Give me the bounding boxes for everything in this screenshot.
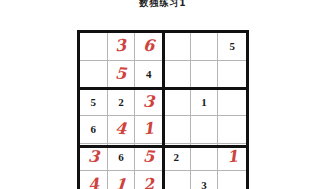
handwritten-digit: 4 bbox=[115, 121, 127, 138]
cell-r2c3[interactable]: 4 bbox=[135, 61, 163, 89]
cell-r6c6[interactable] bbox=[218, 171, 246, 189]
cell-r1c4[interactable] bbox=[163, 33, 191, 61]
cell-r5c3[interactable]: 5 bbox=[135, 144, 163, 172]
given-digit: 2 bbox=[118, 96, 124, 108]
handwritten-digit: 3 bbox=[143, 93, 155, 110]
handwritten-digit: 3 bbox=[87, 149, 99, 166]
given-digit: 3 bbox=[201, 179, 207, 189]
cell-r3c3[interactable]: 3 bbox=[135, 88, 163, 116]
cell-r2c1[interactable] bbox=[80, 61, 108, 89]
cell-r4c5[interactable] bbox=[191, 116, 219, 144]
cell-r1c3[interactable]: 6 bbox=[135, 33, 163, 61]
given-digit: 6 bbox=[118, 151, 124, 163]
cell-r6c3[interactable]: 2 bbox=[135, 171, 163, 189]
cell-r6c5[interactable]: 3 bbox=[191, 171, 219, 189]
cell-r2c6[interactable] bbox=[218, 61, 246, 89]
cell-r5c6[interactable]: 1 bbox=[218, 144, 246, 172]
cell-r6c2[interactable]: 1 bbox=[108, 171, 136, 189]
given-digit: 5 bbox=[229, 40, 235, 52]
cell-r3c5[interactable]: 1 bbox=[191, 88, 219, 116]
cell-r6c4[interactable] bbox=[163, 171, 191, 189]
cell-r5c2[interactable]: 6 bbox=[108, 144, 136, 172]
handwritten-digit: 1 bbox=[115, 177, 127, 189]
cell-r5c5[interactable] bbox=[191, 144, 219, 172]
cell-r3c4[interactable] bbox=[163, 88, 191, 116]
handwritten-digit: 4 bbox=[87, 177, 100, 189]
cell-r1c2[interactable]: 3 bbox=[108, 33, 136, 61]
handwritten-digit: 5 bbox=[143, 149, 155, 166]
cell-r3c6[interactable] bbox=[218, 88, 246, 116]
cell-r5c4[interactable]: 2 bbox=[163, 144, 191, 172]
cell-r6c1[interactable]: 4 bbox=[80, 171, 108, 189]
cell-r1c5[interactable] bbox=[191, 33, 219, 61]
handwritten-digit: 5 bbox=[115, 66, 127, 83]
page-title: 数独练习1 bbox=[77, 0, 249, 10]
cell-r4c3[interactable]: 1 bbox=[135, 116, 163, 144]
cell-r3c2[interactable]: 2 bbox=[108, 88, 136, 116]
cell-r4c1[interactable]: 6 bbox=[80, 116, 108, 144]
cell-r2c5[interactable] bbox=[191, 61, 219, 89]
cell-r3c1[interactable]: 5 bbox=[80, 88, 108, 116]
given-digit: 5 bbox=[91, 96, 97, 108]
handwritten-digit: 2 bbox=[142, 177, 155, 189]
cell-r4c2[interactable]: 4 bbox=[108, 116, 136, 144]
cell-r2c2[interactable]: 5 bbox=[108, 61, 136, 89]
sudoku-board: 365545231641365214123 bbox=[77, 30, 249, 189]
handwritten-digit: 1 bbox=[226, 148, 239, 165]
handwritten-digit: 3 bbox=[115, 38, 128, 55]
cell-r1c6[interactable]: 5 bbox=[218, 33, 246, 61]
cell-r4c6[interactable] bbox=[218, 116, 246, 144]
sudoku-grid: 365545231641365214123 bbox=[80, 33, 246, 189]
given-digit: 2 bbox=[174, 151, 180, 163]
cell-r4c4[interactable] bbox=[163, 116, 191, 144]
cell-r2c4[interactable] bbox=[163, 61, 191, 89]
given-digit: 4 bbox=[146, 68, 152, 80]
given-digit: 6 bbox=[91, 123, 97, 135]
handwritten-digit: 1 bbox=[142, 121, 155, 138]
handwritten-digit: 6 bbox=[143, 38, 155, 55]
cell-r5c1[interactable]: 3 bbox=[80, 144, 108, 172]
given-digit: 1 bbox=[201, 96, 207, 108]
cell-r1c1[interactable] bbox=[80, 33, 108, 61]
